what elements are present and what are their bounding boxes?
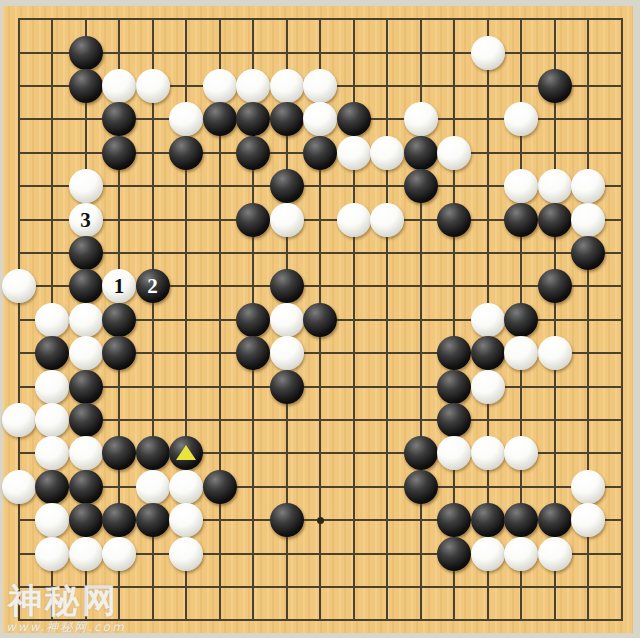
black-stone	[35, 336, 69, 370]
black-stone	[404, 136, 438, 170]
black-stone	[69, 403, 103, 437]
black-stone	[69, 470, 103, 504]
white-stone	[69, 303, 103, 337]
white-stone	[35, 403, 69, 437]
black-stone	[102, 303, 136, 337]
black-stone	[504, 203, 538, 237]
black-stone	[69, 236, 103, 270]
watermark-url: www.神秘网.com	[6, 619, 126, 636]
black-stone	[236, 303, 270, 337]
black-stone	[303, 136, 337, 170]
black-stone	[437, 370, 471, 404]
white-stone	[471, 537, 505, 571]
black-stone	[236, 203, 270, 237]
white-stone	[69, 336, 103, 370]
black-stone	[270, 169, 304, 203]
white-stone	[571, 169, 605, 203]
white-stone	[35, 370, 69, 404]
white-stone	[571, 470, 605, 504]
star-point	[317, 517, 324, 524]
black-stone	[471, 503, 505, 537]
move-number-label: 2	[136, 269, 170, 303]
black-stone	[236, 336, 270, 370]
white-stone	[303, 69, 337, 103]
white-stone	[69, 537, 103, 571]
black-stone	[437, 537, 471, 571]
black-stone	[102, 436, 136, 470]
black-stone	[504, 303, 538, 337]
black-stone	[69, 503, 103, 537]
black-stone	[538, 269, 572, 303]
white-stone	[437, 436, 471, 470]
white-stone	[404, 102, 438, 136]
white-stone	[136, 470, 170, 504]
white-stone	[270, 303, 304, 337]
black-stone	[404, 470, 438, 504]
black-stone	[437, 403, 471, 437]
black-stone	[102, 136, 136, 170]
black-stone	[136, 436, 170, 470]
white-stone	[471, 436, 505, 470]
white-stone	[270, 69, 304, 103]
white-stone	[35, 303, 69, 337]
white-stone	[2, 470, 36, 504]
watermark-text: 神秘网	[8, 578, 119, 624]
black-stone	[471, 336, 505, 370]
black-stone	[303, 303, 337, 337]
white-stone	[504, 336, 538, 370]
black-stone	[404, 436, 438, 470]
black-stone	[102, 102, 136, 136]
go-board: 123	[3, 6, 633, 633]
white-stone	[538, 537, 572, 571]
white-stone	[370, 136, 404, 170]
black-stone	[437, 336, 471, 370]
black-stone	[538, 69, 572, 103]
move-number-label: 3	[69, 203, 103, 237]
black-stone	[504, 503, 538, 537]
black-stone	[404, 169, 438, 203]
white-stone	[169, 537, 203, 571]
white-stone	[471, 370, 505, 404]
move-number-label: 1	[102, 269, 136, 303]
white-stone	[236, 69, 270, 103]
black-stone	[270, 102, 304, 136]
white-stone	[538, 169, 572, 203]
black-stone	[538, 503, 572, 537]
white-stone	[437, 136, 471, 170]
black-stone	[69, 69, 103, 103]
white-stone	[169, 470, 203, 504]
black-stone	[236, 136, 270, 170]
black-stone	[35, 470, 69, 504]
white-stone	[35, 503, 69, 537]
black-stone	[136, 503, 170, 537]
grid-line	[18, 486, 623, 488]
black-stone	[203, 470, 237, 504]
white-stone	[337, 136, 371, 170]
white-stone	[169, 503, 203, 537]
white-stone	[69, 436, 103, 470]
white-stone	[471, 303, 505, 337]
white-stone	[571, 503, 605, 537]
black-stone	[437, 203, 471, 237]
black-stone	[69, 269, 103, 303]
black-stone	[69, 370, 103, 404]
white-stone	[303, 102, 337, 136]
black-stone	[270, 503, 304, 537]
grid-line	[18, 386, 623, 388]
white-stone	[2, 269, 36, 303]
black-stone	[571, 236, 605, 270]
black-stone	[102, 336, 136, 370]
black-stone	[236, 102, 270, 136]
white-stone	[136, 69, 170, 103]
white-stone	[504, 436, 538, 470]
white-stone	[538, 336, 572, 370]
white-stone	[169, 102, 203, 136]
black-stone	[69, 36, 103, 70]
white-stone	[2, 403, 36, 437]
black-stone	[203, 102, 237, 136]
white-stone	[337, 203, 371, 237]
grid-line	[621, 18, 623, 621]
white-stone	[69, 169, 103, 203]
white-stone	[270, 336, 304, 370]
white-stone	[370, 203, 404, 237]
triangle-marker	[176, 445, 196, 460]
white-stone	[35, 436, 69, 470]
black-stone	[538, 203, 572, 237]
black-stone	[337, 102, 371, 136]
go-diagram-image: 123 神秘网 www.神秘网.com	[0, 0, 640, 638]
white-stone	[35, 537, 69, 571]
white-stone	[504, 169, 538, 203]
black-stone	[437, 503, 471, 537]
grid-line	[18, 419, 623, 421]
grid-line	[386, 18, 388, 621]
white-stone	[504, 537, 538, 571]
black-stone	[270, 370, 304, 404]
white-stone	[102, 537, 136, 571]
white-stone	[203, 69, 237, 103]
black-stone	[270, 269, 304, 303]
white-stone	[504, 102, 538, 136]
black-stone	[169, 136, 203, 170]
white-stone	[471, 36, 505, 70]
white-stone	[571, 203, 605, 237]
black-stone	[102, 503, 136, 537]
white-stone	[102, 69, 136, 103]
white-stone	[270, 203, 304, 237]
